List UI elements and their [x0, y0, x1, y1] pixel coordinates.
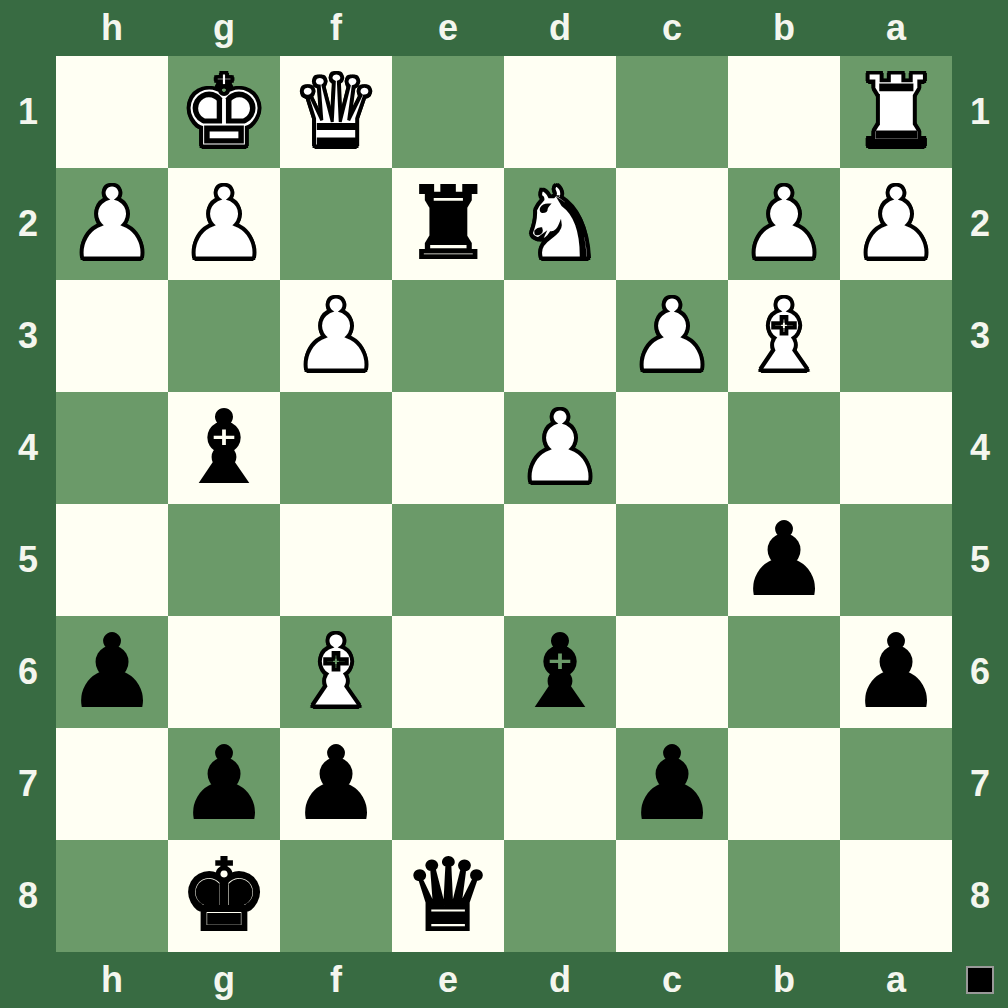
- square-g4[interactable]: ♝: [168, 392, 280, 504]
- square-c6[interactable]: [616, 616, 728, 728]
- rank-label-6: 6: [0, 616, 56, 728]
- square-e2[interactable]: ♜: [392, 168, 504, 280]
- file-label-e: e: [392, 0, 504, 56]
- file-label-g: g: [168, 952, 280, 1008]
- piece-white-bishop: ♝: [739, 280, 829, 392]
- square-f6[interactable]: ♝: [280, 616, 392, 728]
- square-d1[interactable]: [504, 56, 616, 168]
- rank-label-7: 7: [0, 728, 56, 840]
- piece-black-king: ♚: [179, 840, 269, 952]
- piece-black-rook: ♜: [403, 168, 493, 280]
- piece-white-pawn: ♟: [179, 168, 269, 280]
- square-h2[interactable]: ♟: [56, 168, 168, 280]
- piece-white-queen: ♛: [291, 56, 381, 168]
- square-d7[interactable]: [504, 728, 616, 840]
- square-b6[interactable]: [728, 616, 840, 728]
- square-h8[interactable]: [56, 840, 168, 952]
- rank-label-4: 4: [0, 392, 56, 504]
- square-f2[interactable]: [280, 168, 392, 280]
- square-c7[interactable]: ♟: [616, 728, 728, 840]
- square-e7[interactable]: [392, 728, 504, 840]
- square-a8[interactable]: [840, 840, 952, 952]
- rank-label-8: 8: [952, 840, 1008, 952]
- files-top: hgfedcba: [56, 0, 952, 56]
- square-e1[interactable]: [392, 56, 504, 168]
- square-f3[interactable]: ♟: [280, 280, 392, 392]
- square-g1[interactable]: ♚: [168, 56, 280, 168]
- piece-white-rook: ♜: [851, 56, 941, 168]
- piece-white-pawn: ♟: [291, 280, 381, 392]
- piece-black-pawn: ♟: [851, 616, 941, 728]
- piece-black-pawn: ♟: [739, 504, 829, 616]
- square-b4[interactable]: [728, 392, 840, 504]
- file-label-h: h: [56, 0, 168, 56]
- square-c5[interactable]: [616, 504, 728, 616]
- rank-label-3: 3: [952, 280, 1008, 392]
- square-e8[interactable]: ♛: [392, 840, 504, 952]
- square-h4[interactable]: [56, 392, 168, 504]
- square-f5[interactable]: [280, 504, 392, 616]
- square-d2[interactable]: ♞: [504, 168, 616, 280]
- square-e6[interactable]: [392, 616, 504, 728]
- file-label-f: f: [280, 952, 392, 1008]
- square-f8[interactable]: [280, 840, 392, 952]
- square-g7[interactable]: ♟: [168, 728, 280, 840]
- square-e4[interactable]: [392, 392, 504, 504]
- rank-label-5: 5: [952, 504, 1008, 616]
- piece-black-pawn: ♟: [627, 728, 717, 840]
- rank-label-7: 7: [952, 728, 1008, 840]
- file-label-c: c: [616, 952, 728, 1008]
- square-g5[interactable]: [168, 504, 280, 616]
- square-b7[interactable]: [728, 728, 840, 840]
- square-h5[interactable]: [56, 504, 168, 616]
- square-h3[interactable]: [56, 280, 168, 392]
- square-e3[interactable]: [392, 280, 504, 392]
- square-d3[interactable]: [504, 280, 616, 392]
- square-a3[interactable]: [840, 280, 952, 392]
- square-a2[interactable]: ♟: [840, 168, 952, 280]
- square-g6[interactable]: [168, 616, 280, 728]
- piece-white-knight: ♞: [515, 168, 605, 280]
- square-b5[interactable]: ♟: [728, 504, 840, 616]
- file-label-g: g: [168, 0, 280, 56]
- rank-label-8: 8: [0, 840, 56, 952]
- square-e5[interactable]: [392, 504, 504, 616]
- chess-board: ♚♛♜♟♟♜♞♟♟♟♟♝♝♟♟♟♝♝♟♟♟♟♚♛: [56, 56, 952, 952]
- square-b8[interactable]: [728, 840, 840, 952]
- rank-label-2: 2: [0, 168, 56, 280]
- file-label-f: f: [280, 0, 392, 56]
- piece-white-pawn: ♟: [739, 168, 829, 280]
- square-a4[interactable]: [840, 392, 952, 504]
- file-label-h: h: [56, 952, 168, 1008]
- square-f1[interactable]: ♛: [280, 56, 392, 168]
- rank-label-1: 1: [0, 56, 56, 168]
- rank-label-1: 1: [952, 56, 1008, 168]
- ranks-left: 12345678: [0, 56, 56, 952]
- square-c3[interactable]: ♟: [616, 280, 728, 392]
- file-label-a: a: [840, 0, 952, 56]
- rank-label-6: 6: [952, 616, 1008, 728]
- square-c4[interactable]: [616, 392, 728, 504]
- file-label-c: c: [616, 0, 728, 56]
- file-label-a: a: [840, 952, 952, 1008]
- square-h6[interactable]: ♟: [56, 616, 168, 728]
- square-c8[interactable]: [616, 840, 728, 952]
- piece-white-pawn: ♟: [515, 392, 605, 504]
- square-d8[interactable]: [504, 840, 616, 952]
- square-a5[interactable]: [840, 504, 952, 616]
- piece-black-queen: ♛: [403, 840, 493, 952]
- piece-black-bishop: ♝: [515, 616, 605, 728]
- rank-label-3: 3: [0, 280, 56, 392]
- square-a6[interactable]: ♟: [840, 616, 952, 728]
- square-c2[interactable]: [616, 168, 728, 280]
- square-b2[interactable]: ♟: [728, 168, 840, 280]
- files-bottom: hgfedcba: [56, 952, 952, 1008]
- square-a7[interactable]: [840, 728, 952, 840]
- square-h7[interactable]: [56, 728, 168, 840]
- piece-white-pawn: ♟: [851, 168, 941, 280]
- file-label-d: d: [504, 952, 616, 1008]
- file-label-b: b: [728, 952, 840, 1008]
- square-d5[interactable]: [504, 504, 616, 616]
- square-g3[interactable]: [168, 280, 280, 392]
- file-label-b: b: [728, 0, 840, 56]
- square-b3[interactable]: ♝: [728, 280, 840, 392]
- turn-indicator: [966, 966, 994, 994]
- file-label-e: e: [392, 952, 504, 1008]
- piece-black-pawn: ♟: [291, 728, 381, 840]
- piece-black-bishop: ♝: [179, 392, 269, 504]
- file-label-d: d: [504, 0, 616, 56]
- rank-label-2: 2: [952, 168, 1008, 280]
- square-g2[interactable]: ♟: [168, 168, 280, 280]
- square-b1[interactable]: [728, 56, 840, 168]
- piece-white-king: ♚: [179, 56, 269, 168]
- square-f4[interactable]: [280, 392, 392, 504]
- piece-white-bishop: ♝: [291, 616, 381, 728]
- rank-label-4: 4: [952, 392, 1008, 504]
- square-a1[interactable]: ♜: [840, 56, 952, 168]
- square-c1[interactable]: [616, 56, 728, 168]
- piece-black-pawn: ♟: [67, 616, 157, 728]
- square-d6[interactable]: ♝: [504, 616, 616, 728]
- ranks-right: 12345678: [952, 56, 1008, 952]
- piece-white-pawn: ♟: [67, 168, 157, 280]
- chess-diagram: hgfedcba 12345678 ♚♛♜♟♟♜♞♟♟♟♟♝♝♟♟♟♝♝♟♟♟♟…: [0, 0, 1008, 1008]
- square-h1[interactable]: [56, 56, 168, 168]
- rank-label-5: 5: [0, 504, 56, 616]
- piece-black-pawn: ♟: [179, 728, 269, 840]
- square-f7[interactable]: ♟: [280, 728, 392, 840]
- square-g8[interactable]: ♚: [168, 840, 280, 952]
- square-d4[interactable]: ♟: [504, 392, 616, 504]
- piece-white-pawn: ♟: [627, 280, 717, 392]
